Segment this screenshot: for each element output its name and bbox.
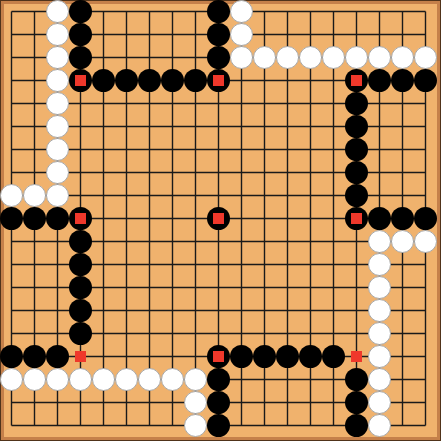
black-stone[interactable]: [138, 69, 161, 92]
black-stone[interactable]: [207, 391, 230, 414]
white-stone[interactable]: [368, 391, 391, 414]
white-stone[interactable]: [46, 368, 69, 391]
black-stone[interactable]: [69, 230, 92, 253]
white-stone[interactable]: [414, 230, 437, 253]
black-stone[interactable]: [69, 0, 92, 23]
white-stone[interactable]: [230, 46, 253, 69]
black-stone[interactable]: [184, 69, 207, 92]
black-stone[interactable]: [276, 345, 299, 368]
white-stone[interactable]: [414, 46, 437, 69]
black-stone[interactable]: [414, 69, 437, 92]
red-square-marker: [351, 75, 362, 86]
black-stone[interactable]: [391, 207, 414, 230]
white-stone[interactable]: [276, 46, 299, 69]
black-stone[interactable]: [69, 46, 92, 69]
black-stone[interactable]: [46, 345, 69, 368]
white-stone[interactable]: [368, 46, 391, 69]
black-stone[interactable]: [345, 92, 368, 115]
white-stone[interactable]: [368, 322, 391, 345]
white-stone[interactable]: [46, 69, 69, 92]
red-square-marker: [351, 351, 362, 362]
red-square-marker: [213, 213, 224, 224]
white-stone[interactable]: [230, 0, 253, 23]
black-stone[interactable]: [322, 345, 345, 368]
white-stone[interactable]: [46, 92, 69, 115]
black-stone[interactable]: [299, 345, 322, 368]
white-stone[interactable]: [46, 184, 69, 207]
black-stone[interactable]: [368, 69, 391, 92]
black-stone[interactable]: [115, 69, 138, 92]
white-stone[interactable]: [391, 46, 414, 69]
black-stone[interactable]: [391, 69, 414, 92]
white-stone[interactable]: [184, 391, 207, 414]
black-stone[interactable]: [207, 23, 230, 46]
white-stone[interactable]: [46, 23, 69, 46]
red-square-marker: [213, 351, 224, 362]
black-stone[interactable]: [345, 414, 368, 437]
white-stone[interactable]: [115, 368, 138, 391]
white-stone[interactable]: [299, 46, 322, 69]
black-stone[interactable]: [345, 391, 368, 414]
black-stone[interactable]: [161, 69, 184, 92]
black-stone[interactable]: [69, 253, 92, 276]
white-stone[interactable]: [368, 230, 391, 253]
white-stone[interactable]: [46, 0, 69, 23]
white-stone[interactable]: [368, 414, 391, 437]
white-stone[interactable]: [46, 115, 69, 138]
red-square-marker: [75, 75, 86, 86]
black-stone[interactable]: [23, 207, 46, 230]
black-stone[interactable]: [207, 0, 230, 23]
white-stone[interactable]: [92, 368, 115, 391]
black-stone[interactable]: [69, 322, 92, 345]
white-stone[interactable]: [368, 276, 391, 299]
black-stone[interactable]: [207, 46, 230, 69]
black-stone[interactable]: [230, 345, 253, 368]
black-stone[interactable]: [345, 368, 368, 391]
white-stone[interactable]: [322, 46, 345, 69]
black-stone[interactable]: [345, 161, 368, 184]
red-square-marker: [213, 75, 224, 86]
white-stone[interactable]: [69, 368, 92, 391]
black-stone[interactable]: [368, 207, 391, 230]
black-stone[interactable]: [345, 115, 368, 138]
black-stone[interactable]: [207, 414, 230, 437]
black-stone[interactable]: [69, 299, 92, 322]
white-stone[interactable]: [46, 161, 69, 184]
red-square-marker: [75, 213, 86, 224]
white-stone[interactable]: [368, 345, 391, 368]
white-stone[interactable]: [184, 414, 207, 437]
black-stone[interactable]: [46, 207, 69, 230]
black-stone[interactable]: [414, 207, 437, 230]
white-stone[interactable]: [0, 184, 23, 207]
white-stone[interactable]: [161, 368, 184, 391]
white-stone[interactable]: [138, 368, 161, 391]
white-stone[interactable]: [368, 368, 391, 391]
black-stone[interactable]: [0, 207, 23, 230]
white-stone[interactable]: [46, 46, 69, 69]
black-stone[interactable]: [207, 368, 230, 391]
black-stone[interactable]: [23, 345, 46, 368]
black-stone[interactable]: [69, 23, 92, 46]
black-stone[interactable]: [0, 345, 23, 368]
black-stone[interactable]: [69, 276, 92, 299]
white-stone[interactable]: [230, 23, 253, 46]
white-stone[interactable]: [23, 368, 46, 391]
go-board[interactable]: [0, 0, 441, 441]
red-square-marker: [351, 213, 362, 224]
white-stone[interactable]: [23, 184, 46, 207]
black-stone[interactable]: [253, 345, 276, 368]
black-stone[interactable]: [345, 184, 368, 207]
red-square-marker: [75, 351, 86, 362]
black-stone[interactable]: [92, 69, 115, 92]
white-stone[interactable]: [345, 46, 368, 69]
white-stone[interactable]: [391, 230, 414, 253]
white-stone[interactable]: [253, 46, 276, 69]
white-stone[interactable]: [184, 368, 207, 391]
white-stone[interactable]: [46, 138, 69, 161]
black-stone[interactable]: [345, 138, 368, 161]
white-stone[interactable]: [368, 253, 391, 276]
white-stone[interactable]: [368, 299, 391, 322]
white-stone[interactable]: [0, 368, 23, 391]
